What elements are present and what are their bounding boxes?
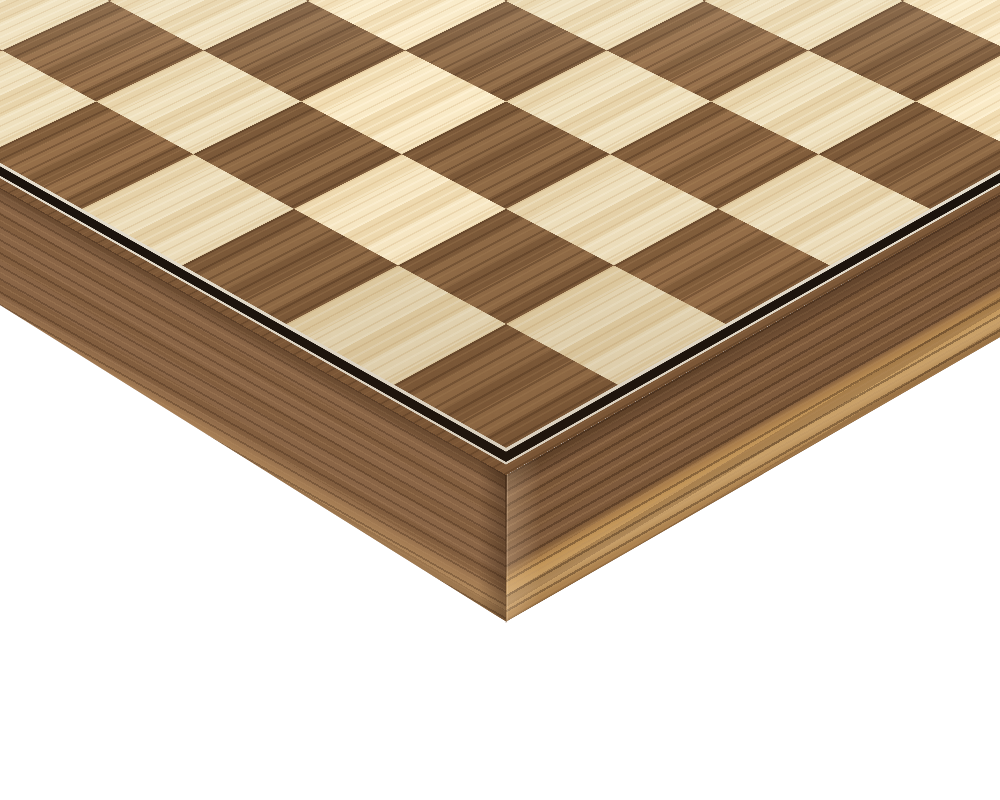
board-corner-edge — [505, 474, 507, 623]
chessboard-product-photo — [0, 0, 1000, 800]
